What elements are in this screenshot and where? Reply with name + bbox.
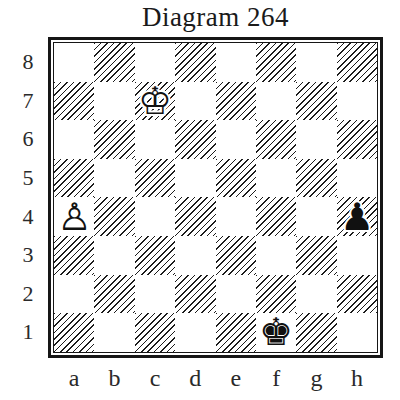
square-c1 [135, 313, 175, 352]
square-h4: ♟ [337, 197, 377, 236]
square-f7 [256, 82, 296, 121]
square-a3 [54, 236, 94, 275]
chess-board: ♔♙♟♚ [48, 37, 383, 358]
square-g2 [296, 275, 336, 314]
square-f4 [256, 197, 296, 236]
square-a8 [54, 43, 94, 82]
square-h7 [337, 82, 377, 121]
chess-diagram-page: Diagram 264 87654321 ♔♙♟♚ abcdefgh [0, 0, 400, 400]
square-b7 [94, 82, 134, 121]
diagram-title: Diagram 264 [48, 2, 383, 33]
file-label-a: a [54, 360, 94, 396]
rank-label-7: 7 [14, 82, 42, 121]
square-g5 [296, 159, 336, 198]
white-pawn: ♙ [57, 198, 91, 236]
square-a1 [54, 313, 94, 352]
rank-label-6: 6 [14, 120, 42, 159]
file-label-c: c [135, 360, 175, 396]
square-a7 [54, 82, 94, 121]
square-f8 [256, 43, 296, 82]
square-g3 [296, 236, 336, 275]
file-label-f: f [256, 360, 296, 396]
square-a2 [54, 275, 94, 314]
square-b1 [94, 313, 134, 352]
square-h2 [337, 275, 377, 314]
square-h5 [337, 159, 377, 198]
square-d1 [175, 313, 215, 352]
file-label-g: g [296, 360, 336, 396]
square-h3 [337, 236, 377, 275]
square-c4 [135, 197, 175, 236]
square-b4 [94, 197, 134, 236]
black-king: ♚ [259, 313, 293, 351]
square-b8 [94, 43, 134, 82]
rank-label-2: 2 [14, 275, 42, 314]
square-d3 [175, 236, 215, 275]
white-king: ♔ [138, 82, 172, 120]
black-pawn: ♟ [340, 198, 374, 236]
square-e6 [216, 120, 256, 159]
square-h1 [337, 313, 377, 352]
square-b3 [94, 236, 134, 275]
square-f5 [256, 159, 296, 198]
square-d2 [175, 275, 215, 314]
square-h8 [337, 43, 377, 82]
rank-label-5: 5 [14, 159, 42, 198]
rank-label-3: 3 [14, 236, 42, 275]
square-a4: ♙ [54, 197, 94, 236]
square-g6 [296, 120, 336, 159]
file-label-e: e [216, 360, 256, 396]
rank-label-1: 1 [14, 313, 42, 352]
square-e2 [216, 275, 256, 314]
square-h6 [337, 120, 377, 159]
square-g7 [296, 82, 336, 121]
rank-label-8: 8 [14, 43, 42, 82]
square-b2 [94, 275, 134, 314]
square-f1: ♚ [256, 313, 296, 352]
square-c6 [135, 120, 175, 159]
file-label-d: d [175, 360, 215, 396]
square-e4 [216, 197, 256, 236]
rank-label-4: 4 [14, 197, 42, 236]
square-d4 [175, 197, 215, 236]
board-grid: ♔♙♟♚ [53, 42, 378, 353]
square-c5 [135, 159, 175, 198]
square-f2 [256, 275, 296, 314]
file-label-b: b [94, 360, 134, 396]
square-f6 [256, 120, 296, 159]
square-c8 [135, 43, 175, 82]
square-e3 [216, 236, 256, 275]
rank-labels: 87654321 [14, 43, 42, 352]
square-d6 [175, 120, 215, 159]
square-b6 [94, 120, 134, 159]
square-f3 [256, 236, 296, 275]
square-d7 [175, 82, 215, 121]
square-e1 [216, 313, 256, 352]
square-e8 [216, 43, 256, 82]
square-c2 [135, 275, 175, 314]
square-d5 [175, 159, 215, 198]
square-g4 [296, 197, 336, 236]
square-d8 [175, 43, 215, 82]
square-c3 [135, 236, 175, 275]
square-a5 [54, 159, 94, 198]
square-c7: ♔ [135, 82, 175, 121]
square-a6 [54, 120, 94, 159]
square-b5 [94, 159, 134, 198]
square-g1 [296, 313, 336, 352]
square-e7 [216, 82, 256, 121]
file-labels: abcdefgh [54, 360, 377, 396]
square-e5 [216, 159, 256, 198]
file-label-h: h [337, 360, 377, 396]
square-g8 [296, 43, 336, 82]
